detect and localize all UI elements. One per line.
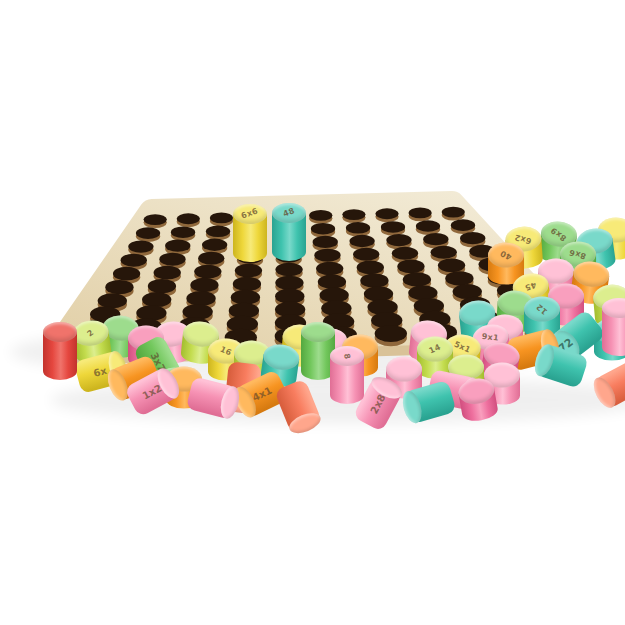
peg-top-cap: 12	[524, 297, 560, 322]
peg[interactable]	[456, 376, 499, 426]
peg-top-cap	[43, 322, 77, 342]
peg-label: 40	[499, 249, 513, 262]
peg-label: 14	[428, 343, 442, 356]
peg-label: 8	[342, 352, 352, 359]
peg-top-cap	[301, 322, 335, 342]
peg-top-cap: 6x6	[233, 204, 267, 224]
placed-peg[interactable]: 6x6	[233, 204, 267, 264]
scene: 8x96x28x640486x645122729x15x114163x76x1x…	[0, 0, 625, 625]
peg-label: 5x1	[453, 340, 472, 355]
placed-peg[interactable]: 48	[272, 203, 306, 263]
peg-label: 2	[86, 328, 96, 339]
peg[interactable]	[602, 298, 625, 358]
peg[interactable]: 8	[330, 346, 364, 406]
peg-top-cap: 8	[330, 346, 364, 366]
peg-top-cap: 48	[272, 203, 306, 223]
peg-top-cap: 40	[488, 243, 524, 268]
peg-label: 6x6	[240, 207, 259, 221]
peg-label: 16	[219, 345, 233, 358]
loose-pegs-pile: 8x96x28x640486x645122729x15x114163x76x1x…	[0, 0, 625, 625]
peg[interactable]	[273, 376, 323, 437]
peg[interactable]	[43, 322, 77, 382]
peg-top-cap	[386, 357, 422, 382]
peg[interactable]	[590, 357, 625, 411]
peg-label: 48	[282, 207, 296, 219]
peg-label: 8x9	[549, 225, 568, 242]
peg-label: 12	[535, 302, 550, 316]
